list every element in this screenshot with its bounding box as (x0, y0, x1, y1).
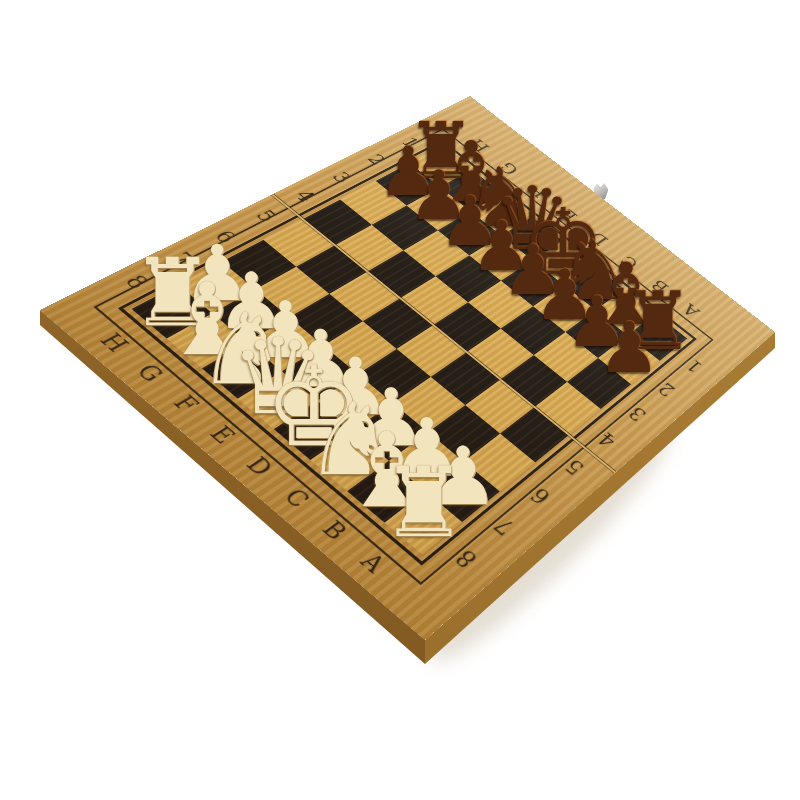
file-label-bottom: H (95, 330, 133, 355)
rank-label-left: 3 (329, 169, 356, 185)
piece-black-pawn: ♟ (598, 312, 661, 382)
chess-set-photo: HH11GG22FF33EE44DD55CC66BB77AA88 ♜♝♞♚♛♞♝… (0, 0, 800, 800)
rank-label-right: 3 (625, 404, 650, 424)
rank-label-right: 6 (527, 484, 555, 507)
rank-label-left: 5 (252, 207, 281, 225)
piece-white-rook: ♜ (380, 455, 467, 552)
rank-label-right: 4 (594, 429, 620, 450)
rank-label-right: 5 (562, 456, 589, 478)
rank-label-left: 4 (291, 188, 319, 205)
